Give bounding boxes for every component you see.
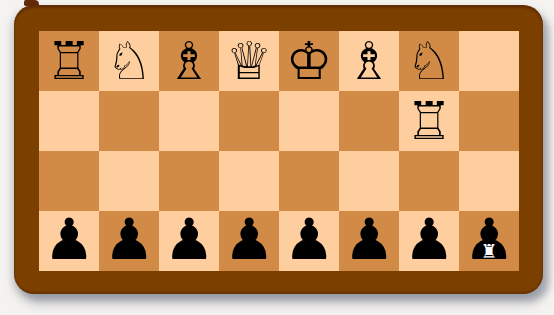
square-b4[interactable]: ♟ <box>99 211 159 271</box>
piece-black-pawn[interactable]: ♟ <box>343 211 394 268</box>
board-frame: ♖♘♗♕♔♗♘♖♟♟♟♟♟♟♟♟♜ <box>14 5 543 294</box>
square-e2[interactable] <box>279 91 339 151</box>
piece-black-pawn[interactable]: ♟ <box>163 211 214 268</box>
piece-black-pawn[interactable]: ♟ <box>103 211 154 268</box>
square-b1[interactable]: ♘ <box>99 31 159 91</box>
square-c4[interactable]: ♟ <box>159 211 219 271</box>
square-b2[interactable] <box>99 91 159 151</box>
piece-white-bishop[interactable]: ♗ <box>346 35 393 87</box>
chess-board: ♖♘♗♕♔♗♘♖♟♟♟♟♟♟♟♟♜ <box>39 31 519 271</box>
square-d3[interactable] <box>219 151 279 211</box>
square-g4[interactable]: ♟ <box>399 211 459 271</box>
square-f3[interactable] <box>339 151 399 211</box>
piece-black-pawn[interactable]: ♟ <box>283 211 334 268</box>
square-h4[interactable]: ♟♜ <box>459 211 519 271</box>
piece-black-pawn[interactable]: ♟ <box>43 211 94 268</box>
square-g1[interactable]: ♘ <box>399 31 459 91</box>
square-e3[interactable] <box>279 151 339 211</box>
square-e4[interactable]: ♟ <box>279 211 339 271</box>
square-d4[interactable]: ♟ <box>219 211 279 271</box>
mini-white-rook-marker: ♜ <box>480 242 497 261</box>
piece-black-pawn[interactable]: ♟ <box>223 211 274 268</box>
piece-white-knight[interactable]: ♘ <box>406 35 453 87</box>
piece-white-rook[interactable]: ♖ <box>46 35 93 87</box>
square-h1[interactable] <box>459 31 519 91</box>
square-d1[interactable]: ♕ <box>219 31 279 91</box>
piece-white-queen[interactable]: ♕ <box>226 35 273 87</box>
square-a1[interactable]: ♖ <box>39 31 99 91</box>
square-f4[interactable]: ♟ <box>339 211 399 271</box>
piece-white-bishop[interactable]: ♗ <box>166 35 213 87</box>
top-edge-artifact <box>24 0 39 6</box>
piece-black-pawn[interactable]: ♟ <box>463 211 514 268</box>
square-e1[interactable]: ♔ <box>279 31 339 91</box>
piece-white-knight[interactable]: ♘ <box>106 35 153 87</box>
square-h3[interactable] <box>459 151 519 211</box>
square-a4[interactable]: ♟ <box>39 211 99 271</box>
piece-white-rook[interactable]: ♖ <box>406 95 453 147</box>
square-b3[interactable] <box>99 151 159 211</box>
square-g3[interactable] <box>399 151 459 211</box>
square-c2[interactable] <box>159 91 219 151</box>
square-d2[interactable] <box>219 91 279 151</box>
square-a3[interactable] <box>39 151 99 211</box>
square-c3[interactable] <box>159 151 219 211</box>
square-f1[interactable]: ♗ <box>339 31 399 91</box>
square-h2[interactable] <box>459 91 519 151</box>
square-f2[interactable] <box>339 91 399 151</box>
square-g2[interactable]: ♖ <box>399 91 459 151</box>
square-c1[interactable]: ♗ <box>159 31 219 91</box>
piece-black-pawn[interactable]: ♟ <box>403 211 454 268</box>
square-a2[interactable] <box>39 91 99 151</box>
piece-white-king[interactable]: ♔ <box>286 35 333 87</box>
